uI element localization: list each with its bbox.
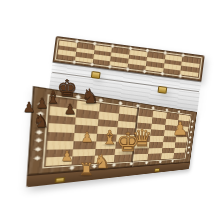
diamond-inlay <box>34 138 41 143</box>
case-square <box>75 56 93 63</box>
brass-latch-left <box>91 71 101 79</box>
chess-set-product-photo: ♚♞♝♟♟♟♞♟♛♚♝♟♟♞♜ <box>0 0 220 220</box>
case-square <box>180 70 198 77</box>
diamond-inlay <box>178 110 181 113</box>
diamond-inlay <box>118 101 122 105</box>
diamond-inlay <box>188 141 190 144</box>
board-checker-grid <box>46 97 191 166</box>
diamond-inlay <box>69 165 75 169</box>
board-square <box>161 153 174 159</box>
brass-latch-right <box>157 86 167 94</box>
diamond-inlay <box>128 46 132 50</box>
diamond-inlay <box>129 162 133 165</box>
diamond-inlay <box>145 161 148 164</box>
diamond-inlay <box>166 108 169 111</box>
diamond-inlay <box>36 111 43 116</box>
diamond-inlay <box>75 95 81 100</box>
board-square <box>114 155 132 162</box>
diamond-inlay <box>152 106 155 109</box>
diamond-inlay <box>190 131 192 134</box>
board-square <box>173 153 185 159</box>
diamond-inlay <box>189 136 191 139</box>
case-square <box>92 59 110 66</box>
board-square <box>72 156 95 165</box>
diamond-inlay <box>35 129 42 134</box>
diamond-inlay <box>112 163 116 167</box>
case-square <box>57 54 75 61</box>
diamond-inlay <box>136 104 140 108</box>
board-square <box>47 132 74 141</box>
board-front-edge <box>26 162 190 187</box>
diamond-inlay <box>36 120 43 125</box>
diamond-inlay <box>98 98 103 102</box>
diamond-inlay <box>33 156 40 161</box>
board-square <box>46 157 73 166</box>
diamond-inlay <box>191 125 193 128</box>
diamond-inlay <box>159 160 162 163</box>
brass-hinge-right <box>154 168 160 172</box>
diamond-inlay <box>34 147 41 152</box>
board-square <box>94 155 114 163</box>
board-square <box>74 133 97 141</box>
case-square <box>145 65 163 72</box>
diamond-inlay <box>172 159 175 162</box>
diamond-inlay <box>37 102 44 107</box>
diamond-inlay <box>92 164 97 168</box>
diamond-inlay <box>188 146 190 149</box>
case-square <box>163 68 181 75</box>
diamond-inlay <box>187 151 189 154</box>
diamond-inlay <box>191 120 193 123</box>
brass-hinge-left <box>55 177 65 183</box>
board-square <box>132 154 148 161</box>
case-square <box>110 61 128 68</box>
board-square <box>147 154 162 161</box>
